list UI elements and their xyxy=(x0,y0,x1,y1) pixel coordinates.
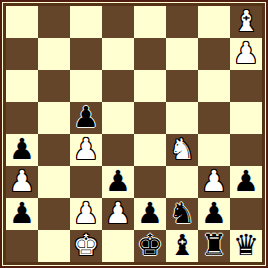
white-pawn-icon: ♟ xyxy=(201,166,227,197)
square-h5[interactable] xyxy=(230,102,262,134)
white-knight-icon: ♞ xyxy=(169,134,195,165)
square-d6[interactable] xyxy=(102,70,134,102)
square-c8[interactable] xyxy=(70,6,102,38)
square-b4[interactable] xyxy=(38,134,70,166)
square-d4[interactable] xyxy=(102,134,134,166)
square-h7[interactable]: ♟ xyxy=(230,38,262,70)
square-e3[interactable] xyxy=(134,166,166,198)
square-e4[interactable] xyxy=(134,134,166,166)
square-f8[interactable] xyxy=(166,6,198,38)
square-c3[interactable] xyxy=(70,166,102,198)
black-pawn-icon: ♟ xyxy=(9,134,35,165)
square-a3[interactable]: ♟ xyxy=(6,166,38,198)
square-a1[interactable] xyxy=(6,230,38,262)
square-b8[interactable] xyxy=(38,6,70,38)
square-g8[interactable] xyxy=(198,6,230,38)
black-knight-icon: ♞ xyxy=(169,198,195,229)
square-h4[interactable] xyxy=(230,134,262,166)
white-bishop-icon: ♝ xyxy=(233,6,259,37)
square-f5[interactable] xyxy=(166,102,198,134)
square-b6[interactable] xyxy=(38,70,70,102)
square-b3[interactable] xyxy=(38,166,70,198)
black-pawn-icon: ♟ xyxy=(73,102,99,133)
square-c7[interactable] xyxy=(70,38,102,70)
square-f1[interactable]: ♝ xyxy=(166,230,198,262)
square-a7[interactable] xyxy=(6,38,38,70)
black-queen-icon: ♛ xyxy=(233,230,259,261)
square-e1[interactable]: ♚ xyxy=(134,230,166,262)
square-h6[interactable] xyxy=(230,70,262,102)
black-pawn-icon: ♟ xyxy=(201,198,227,229)
square-b2[interactable] xyxy=(38,198,70,230)
white-pawn-icon: ♟ xyxy=(105,198,131,229)
square-a4[interactable]: ♟ xyxy=(6,134,38,166)
square-c5[interactable]: ♟ xyxy=(70,102,102,134)
square-a8[interactable] xyxy=(6,6,38,38)
white-pawn-icon: ♟ xyxy=(73,134,99,165)
square-b7[interactable] xyxy=(38,38,70,70)
square-d8[interactable] xyxy=(102,6,134,38)
square-a2[interactable]: ♟ xyxy=(6,198,38,230)
square-g6[interactable] xyxy=(198,70,230,102)
square-d5[interactable] xyxy=(102,102,134,134)
white-king-icon: ♚ xyxy=(73,230,99,261)
square-e8[interactable] xyxy=(134,6,166,38)
square-b1[interactable] xyxy=(38,230,70,262)
square-g4[interactable] xyxy=(198,134,230,166)
square-d7[interactable] xyxy=(102,38,134,70)
square-a6[interactable] xyxy=(6,70,38,102)
black-bishop-icon: ♝ xyxy=(169,230,195,261)
black-rook-icon: ♜ xyxy=(201,230,227,261)
square-d1[interactable] xyxy=(102,230,134,262)
square-c2[interactable]: ♟ xyxy=(70,198,102,230)
square-h3[interactable]: ♟ xyxy=(230,166,262,198)
square-g2[interactable]: ♟ xyxy=(198,198,230,230)
white-pawn-icon: ♟ xyxy=(73,198,99,229)
square-b5[interactable] xyxy=(38,102,70,134)
square-g7[interactable] xyxy=(198,38,230,70)
square-a5[interactable] xyxy=(6,102,38,134)
square-d3[interactable]: ♟ xyxy=(102,166,134,198)
square-f6[interactable] xyxy=(166,70,198,102)
square-h2[interactable] xyxy=(230,198,262,230)
square-e6[interactable] xyxy=(134,70,166,102)
black-pawn-icon: ♟ xyxy=(9,198,35,229)
square-f7[interactable] xyxy=(166,38,198,70)
black-king-icon: ♚ xyxy=(137,230,163,261)
black-pawn-icon: ♟ xyxy=(105,166,131,197)
square-c1[interactable]: ♚ xyxy=(70,230,102,262)
square-e2[interactable]: ♟ xyxy=(134,198,166,230)
square-g1[interactable]: ♜ xyxy=(198,230,230,262)
square-g3[interactable]: ♟ xyxy=(198,166,230,198)
square-h1[interactable]: ♛ xyxy=(230,230,262,262)
square-h8[interactable]: ♝ xyxy=(230,6,262,38)
white-pawn-icon: ♟ xyxy=(9,166,35,197)
chess-diagram: ♝♟♟♟♟♞♟♟♟♟♟♟♟♟♞♟♚♚♝♜♛ xyxy=(0,0,268,268)
square-g5[interactable] xyxy=(198,102,230,134)
square-c6[interactable] xyxy=(70,70,102,102)
square-e5[interactable] xyxy=(134,102,166,134)
white-pawn-icon: ♟ xyxy=(233,38,259,69)
square-f4[interactable]: ♞ xyxy=(166,134,198,166)
chess-board: ♝♟♟♟♟♞♟♟♟♟♟♟♟♟♞♟♚♚♝♜♛ xyxy=(6,6,262,262)
square-c4[interactable]: ♟ xyxy=(70,134,102,166)
square-f2[interactable]: ♞ xyxy=(166,198,198,230)
black-pawn-icon: ♟ xyxy=(137,198,163,229)
square-f3[interactable] xyxy=(166,166,198,198)
square-d2[interactable]: ♟ xyxy=(102,198,134,230)
square-e7[interactable] xyxy=(134,38,166,70)
black-pawn-icon: ♟ xyxy=(233,166,259,197)
